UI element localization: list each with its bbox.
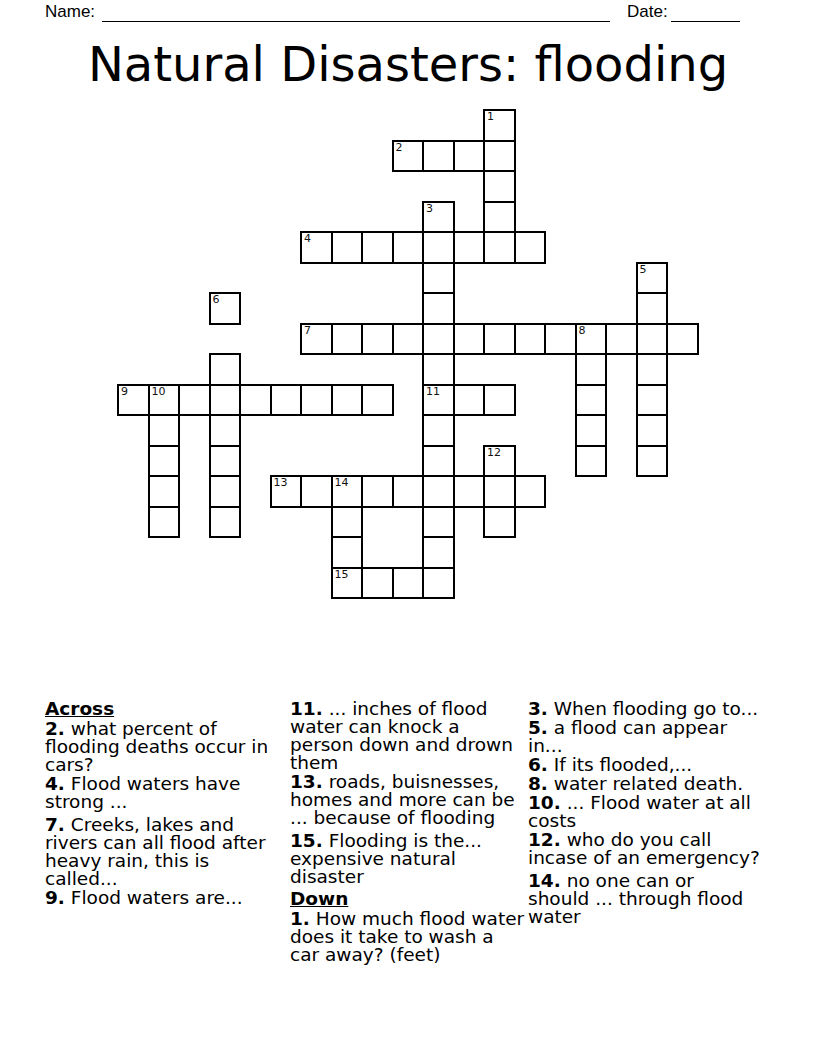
clue-number-15: 15 [335,569,349,581]
cell-r11-c17[interactable] [636,445,669,478]
cell-r5-c10[interactable] [422,262,455,295]
clue-column-middle: 11. ... inches of flood water can knock … [290,700,528,965]
across-heading: Across [45,700,283,718]
cell-r4-c9[interactable] [392,231,425,264]
cell-r6-c17[interactable] [636,292,669,325]
cell-r12-c9[interactable] [392,475,425,508]
clue-number-7: 7 [304,325,311,337]
cell-r9-c3[interactable] [209,384,242,417]
cell-r7-c6[interactable]: 7 [300,323,333,356]
cell-r10-c10[interactable] [422,414,455,447]
cell-r9-c17[interactable] [636,384,669,417]
cell-r9-c12[interactable] [483,384,516,417]
clue-number-13: 13 [274,477,288,489]
clue-column-down: 3. When flooding go to...5. a flood can … [528,700,760,927]
clue-label-11: 11. [290,698,323,719]
name-label: Name: [45,2,95,22]
cell-r12-c3[interactable] [209,475,242,508]
cell-r12-c7[interactable]: 14 [331,475,364,508]
clue-label-8: 8. [528,773,548,794]
clue-number-9: 9 [121,386,128,398]
cell-r11-c3[interactable] [209,445,242,478]
cell-r11-c12[interactable]: 12 [483,445,516,478]
cell-r1-c12[interactable] [483,140,516,173]
clue-down-8: 8. water related death. [528,775,760,793]
clue-label-10: 10. [528,792,561,813]
cell-r13-c7[interactable] [331,506,364,539]
cell-r4-c7[interactable] [331,231,364,264]
cell-r11-c10[interactable] [422,445,455,478]
cell-r10-c3[interactable] [209,414,242,447]
cell-r9-c11[interactable] [453,384,486,417]
crossword-grid: 123456789101112131415 [118,110,698,598]
cell-r5-c17[interactable]: 5 [636,262,669,295]
cell-r9-c15[interactable] [575,384,608,417]
cell-r4-c11[interactable] [453,231,486,264]
cell-r13-c10[interactable] [422,506,455,539]
cell-r7-c12[interactable] [483,323,516,356]
cell-r10-c1[interactable] [148,414,181,447]
cell-r9-c10[interactable]: 11 [422,384,455,417]
cell-r7-c18[interactable] [666,323,699,356]
cell-r15-c10[interactable] [422,567,455,600]
cell-r13-c3[interactable] [209,506,242,539]
cell-r7-c16[interactable] [605,323,638,356]
date-blank-line [671,6,740,22]
cell-r9-c8[interactable] [361,384,394,417]
page-title: Natural Disasters: flooding [0,36,816,92]
cell-r7-c11[interactable] [453,323,486,356]
cell-r10-c15[interactable] [575,414,608,447]
clue-label-12: 12. [528,829,561,850]
cell-r8-c17[interactable] [636,353,669,386]
clue-number-1: 1 [487,111,494,123]
clue-label-4: 4. [45,773,65,794]
cell-r15-c7[interactable]: 15 [331,567,364,600]
cell-r14-c7[interactable] [331,536,364,569]
clue-number-11: 11 [426,386,440,398]
clue-across-11: 11. ... inches of flood water can knock … [290,700,528,772]
cell-r12-c6[interactable] [300,475,333,508]
clue-down-3: 3. When flooding go to... [528,700,760,718]
cell-r4-c10[interactable] [422,231,455,264]
cell-r7-c13[interactable] [514,323,547,356]
cell-r9-c6[interactable] [300,384,333,417]
clue-label-5: 5. [528,717,548,738]
cell-r1-c9[interactable]: 2 [392,140,425,173]
clue-down-6: 6. If its flooded,... [528,756,760,774]
clue-number-12: 12 [487,447,501,459]
cell-r7-c15[interactable]: 8 [575,323,608,356]
clue-across-7: 7. Creeks, lakes and rivers can all floo… [45,816,283,888]
cell-r7-c14[interactable] [544,323,577,356]
cell-r7-c8[interactable] [361,323,394,356]
cell-r9-c1[interactable]: 10 [148,384,181,417]
clue-label-14: 14. [528,870,561,891]
clue-number-14: 14 [335,477,349,489]
worksheet-page: Name: Date: Natural Disasters: flooding … [0,0,816,1056]
cell-r12-c11[interactable] [453,475,486,508]
date-label: Date: [627,2,668,22]
down-heading: Down [290,890,528,908]
cell-r4-c13[interactable] [514,231,547,264]
cell-r1-c10[interactable] [422,140,455,173]
cell-r9-c7[interactable] [331,384,364,417]
clue-label-9: 9. [45,887,65,908]
cell-r11-c1[interactable] [148,445,181,478]
clue-label-15: 15. [290,830,323,851]
cell-r4-c6[interactable]: 4 [300,231,333,264]
cell-r2-c12[interactable] [483,170,516,203]
clue-number-5: 5 [640,264,647,276]
cell-r8-c15[interactable] [575,353,608,386]
cell-r4-c8[interactable] [361,231,394,264]
clue-number-10: 10 [152,386,166,398]
clue-column-across: Across2. what percent of flooding deaths… [45,700,283,908]
clue-down-12: 12. who do you call incase of an emergen… [528,831,760,867]
clue-down-1: 1. How much flood water does it take to … [290,910,528,964]
clue-number-8: 8 [579,325,586,337]
clue-label-7: 7. [45,814,65,835]
clue-number-2: 2 [396,142,403,154]
clue-across-4: 4. Flood waters have strong ... [45,775,283,811]
clue-down-10: 10. ... Flood water at all costs [528,794,760,830]
name-blank-line [102,6,610,22]
cell-r9-c2[interactable] [178,384,211,417]
cell-r8-c10[interactable] [422,353,455,386]
cell-r6-c10[interactable] [422,292,455,325]
cell-r0-c12[interactable]: 1 [483,109,516,142]
cell-r14-c10[interactable] [422,536,455,569]
cell-r12-c8[interactable] [361,475,394,508]
clue-label-6: 6. [528,754,548,775]
clue-across-15: 15. Flooding is the... expensive natural… [290,832,528,886]
cell-r12-c12[interactable] [483,475,516,508]
cell-r7-c10[interactable] [422,323,455,356]
clue-number-3: 3 [426,203,433,215]
cell-r9-c5[interactable] [270,384,303,417]
cell-r7-c17[interactable] [636,323,669,356]
clue-across-13: 13. roads, buisnesses, homes and more ca… [290,773,528,827]
cell-r7-c7[interactable] [331,323,364,356]
clue-number-6: 6 [213,294,220,306]
cell-r10-c17[interactable] [636,414,669,447]
clue-number-4: 4 [304,233,311,245]
cell-r12-c5[interactable]: 13 [270,475,303,508]
clue-label-1: 1. [290,908,310,929]
cell-r3-c12[interactable] [483,201,516,234]
clue-label-3: 3. [528,698,548,719]
cell-r13-c12[interactable] [483,506,516,539]
cell-r11-c15[interactable] [575,445,608,478]
cell-r15-c8[interactable] [361,567,394,600]
cell-r9-c4[interactable] [239,384,272,417]
clue-across-9: 9. Flood waters are... [45,889,283,907]
clue-label-13: 13. [290,771,323,792]
cell-r4-c12[interactable] [483,231,516,264]
cell-r7-c9[interactable] [392,323,425,356]
cell-r9-c0[interactable]: 9 [117,384,150,417]
cell-r6-c3[interactable]: 6 [209,292,242,325]
clue-down-14: 14. no one can or should ... through flo… [528,872,760,926]
cell-r12-c1[interactable] [148,475,181,508]
cell-r15-c9[interactable] [392,567,425,600]
cell-r13-c1[interactable] [148,506,181,539]
cell-r12-c10[interactable] [422,475,455,508]
cell-r12-c13[interactable] [514,475,547,508]
clue-across-2: 2. what percent of flooding deaths occur… [45,720,283,774]
clue-down-5: 5. a flood can appear in... [528,719,760,755]
cell-r8-c3[interactable] [209,353,242,386]
clue-label-2: 2. [45,718,65,739]
cell-r1-c11[interactable] [453,140,486,173]
cell-r3-c10[interactable]: 3 [422,201,455,234]
